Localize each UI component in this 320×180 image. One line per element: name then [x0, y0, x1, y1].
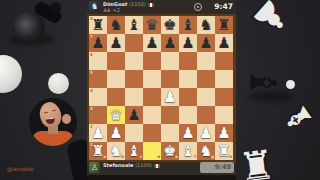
square-a5[interactable]: 5: [89, 70, 107, 88]
black-king[interactable]: ♚: [161, 16, 179, 34]
bottom-player-clock: 9:49: [200, 162, 234, 173]
square-d1[interactable]: d: [143, 142, 161, 160]
square-e7[interactable]: ♟: [161, 34, 179, 52]
square-c7[interactable]: [125, 34, 143, 52]
square-f6[interactable]: [179, 52, 197, 70]
square-g3[interactable]: [197, 106, 215, 124]
square-e6[interactable]: [161, 52, 179, 70]
square-g5[interactable]: [197, 70, 215, 88]
white-knight[interactable]: ♞: [107, 142, 125, 160]
fallen-black-piece-knob: [50, 2, 61, 13]
square-c5[interactable]: [125, 70, 143, 88]
white-pawn[interactable]: ♟: [89, 124, 107, 142]
square-e5[interactable]: [161, 70, 179, 88]
square-h3[interactable]: [215, 106, 233, 124]
square-f3[interactable]: [179, 106, 197, 124]
square-c2[interactable]: [125, 124, 143, 142]
clock-icon: [194, 3, 202, 11]
square-b6[interactable]: [107, 52, 125, 70]
black-bishop[interactable]: ♝: [125, 16, 143, 34]
square-e2[interactable]: [161, 124, 179, 142]
white-knight[interactable]: ♞: [197, 142, 215, 160]
square-e8[interactable]: ♚: [161, 16, 179, 34]
fallen-white-bishop: ♝: [277, 97, 320, 139]
square-f5[interactable]: [179, 70, 197, 88]
square-b8[interactable]: ♞: [107, 16, 125, 34]
square-a3[interactable]: 3: [89, 106, 107, 124]
square-d4[interactable]: [143, 88, 161, 106]
square-b1[interactable]: b♞: [107, 142, 125, 160]
square-b7[interactable]: ♟: [107, 34, 125, 52]
channel-watermark: @lactokite: [7, 166, 34, 172]
file-label-d: d: [157, 155, 160, 159]
square-c1[interactable]: c♝: [125, 142, 143, 160]
square-a1[interactable]: 1a♜: [89, 142, 107, 160]
square-h4[interactable]: [215, 88, 233, 106]
square-a4[interactable]: 4: [89, 88, 107, 106]
square-f4[interactable]: [179, 88, 197, 106]
square-c4[interactable]: [125, 88, 143, 106]
black-pawn[interactable]: ♟: [107, 34, 125, 52]
rank-label-5: 5: [90, 71, 93, 75]
rank-label-3: 3: [90, 107, 93, 111]
fallen-black-piece-base: [12, 12, 45, 43]
bottom-player-avatar[interactable]: ♙: [89, 162, 100, 173]
black-pawn[interactable]: ♟: [125, 106, 143, 124]
white-pawn[interactable]: ♟: [179, 124, 197, 142]
square-f8[interactable]: ♝: [179, 16, 197, 34]
black-knight[interactable]: ♞: [197, 16, 215, 34]
white-pawn[interactable]: ♟: [107, 124, 125, 142]
square-a2[interactable]: 2♟: [89, 124, 107, 142]
square-g2[interactable]: ♟: [197, 124, 215, 142]
rank-label-6: 6: [90, 53, 93, 57]
square-c3[interactable]: ♟: [125, 106, 143, 124]
board-frame: 8♜♞♝♛♚♝♞♜7♟♟♟♟♟♟♟654♟3♛♟2♟♟♟♟♟1a♜b♞c♝de♚…: [87, 13, 236, 163]
bottom-player-rating: (1100): [135, 162, 152, 168]
bottom-player-bar: ♙ Stefanoale (1100) 9:49: [87, 161, 236, 175]
black-knight[interactable]: ♞: [107, 16, 125, 34]
bottom-player-flag-icon: [154, 164, 160, 168]
square-a7[interactable]: 7♟: [89, 34, 107, 52]
webcam-hand: [62, 114, 71, 124]
white-king[interactable]: ♚: [161, 142, 179, 160]
square-g1[interactable]: g♞: [197, 142, 215, 160]
black-rook[interactable]: ♜: [89, 16, 107, 34]
white-rook[interactable]: ♜: [89, 142, 107, 160]
square-d8[interactable]: ♛: [143, 16, 161, 34]
top-player-avatar[interactable]: ♞: [89, 1, 100, 12]
black-pawn[interactable]: ♟: [215, 34, 233, 52]
square-h7[interactable]: ♟: [215, 34, 233, 52]
square-a6[interactable]: 6: [89, 52, 107, 70]
white-rook[interactable]: ♜: [215, 142, 233, 160]
square-g4[interactable]: [197, 88, 215, 106]
square-b2[interactable]: ♟: [107, 124, 125, 142]
panel-bottom-strip: [87, 175, 236, 180]
square-f1[interactable]: f♝: [179, 142, 197, 160]
fallen-white-pawn: ♟: [246, 0, 297, 42]
square-c6[interactable]: [125, 52, 143, 70]
square-d5[interactable]: [143, 70, 161, 88]
black-queen[interactable]: ♛: [143, 16, 161, 34]
white-pawn[interactable]: ♟: [161, 88, 179, 106]
square-d2[interactable]: [143, 124, 161, 142]
top-player-bar: ♞ DimGoat (1102) ♙♙ +2 9:47: [87, 0, 236, 14]
white-piece-behind-webcam: [48, 73, 69, 94]
black-pawn[interactable]: ♟: [179, 34, 197, 52]
square-f2[interactable]: ♟: [179, 124, 197, 142]
white-rook-bottom-right: ♜: [237, 144, 277, 180]
square-d7[interactable]: ♟: [143, 34, 161, 52]
fallen-black-bishop: ♝: [244, 65, 282, 99]
square-c8[interactable]: ♝: [125, 16, 143, 34]
square-e1[interactable]: e♚: [161, 142, 179, 160]
white-pawn-tip: [286, 80, 295, 89]
square-b5[interactable]: [107, 70, 125, 88]
square-a8[interactable]: 8♜: [89, 16, 107, 34]
bottom-player-name[interactable]: Stefanoale (1100): [103, 162, 160, 168]
square-e3[interactable]: [161, 106, 179, 124]
square-e4[interactable]: ♟: [161, 88, 179, 106]
white-bishop[interactable]: ♝: [179, 142, 197, 160]
top-player-clock: 9:47: [214, 2, 233, 11]
black-rook[interactable]: ♜: [215, 16, 233, 34]
rank-label-4: 4: [90, 89, 93, 93]
black-bishop[interactable]: ♝: [179, 16, 197, 34]
black-pawn[interactable]: ♟: [143, 34, 161, 52]
bottom-player-username[interactable]: Stefanoale: [103, 162, 133, 168]
square-d3[interactable]: [143, 106, 161, 124]
square-h8[interactable]: ♜: [215, 16, 233, 34]
square-h2[interactable]: ♟: [215, 124, 233, 142]
chess-board[interactable]: 8♜♞♝♛♚♝♞♜7♟♟♟♟♟♟♟654♟3♛♟2♟♟♟♟♟1a♜b♞c♝de♚…: [89, 16, 233, 160]
square-d6[interactable]: [143, 52, 161, 70]
top-player-rating: (1102): [129, 1, 146, 7]
black-pawn[interactable]: ♟: [89, 34, 107, 52]
white-bishop[interactable]: ♝: [125, 142, 143, 160]
square-g7[interactable]: ♟: [197, 34, 215, 52]
square-h5[interactable]: [215, 70, 233, 88]
chess-app-panel: ♞ DimGoat (1102) ♙♙ +2 9:47 8♜♞♝♛♚♝♞♜7♟♟…: [87, 0, 236, 180]
white-piece-left: [0, 55, 22, 93]
black-pawn[interactable]: ♟: [197, 34, 215, 52]
square-f7[interactable]: ♟: [179, 34, 197, 52]
top-player-flag-icon: [148, 3, 154, 7]
square-h1[interactable]: h♜: [215, 142, 233, 160]
square-g6[interactable]: [197, 52, 215, 70]
white-pawn[interactable]: ♟: [215, 124, 233, 142]
square-b4[interactable]: [107, 88, 125, 106]
white-pawn[interactable]: ♟: [197, 124, 215, 142]
webcam-circle: [29, 98, 77, 146]
square-g8[interactable]: ♞: [197, 16, 215, 34]
webcam-head: [37, 100, 64, 130]
square-h6[interactable]: [215, 52, 233, 70]
square-b3[interactable]: ♛: [107, 106, 125, 124]
black-pawn[interactable]: ♟: [161, 34, 179, 52]
white-queen[interactable]: ♛: [107, 106, 125, 124]
